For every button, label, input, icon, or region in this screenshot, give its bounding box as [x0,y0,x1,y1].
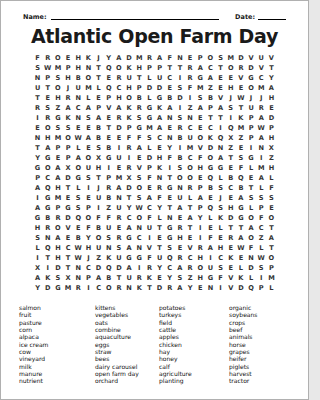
grid-cell[interactable]: R [144,263,154,273]
grid-cell[interactable]: T [236,103,246,113]
grid-cell[interactable]: G [144,103,154,113]
grid-cell[interactable]: L [144,143,154,153]
grid-cell[interactable]: F [266,183,276,193]
grid-cell[interactable]: S [114,243,124,253]
grid-cell[interactable]: M [144,123,154,133]
grid-cell[interactable]: L [256,183,266,193]
grid-cell[interactable]: O [43,163,53,173]
grid-cell[interactable]: H [226,83,236,93]
grid-cell[interactable]: H [195,273,205,283]
grid-cell[interactable]: F [236,163,246,173]
grid-cell[interactable]: I [216,123,226,133]
grid-cell[interactable]: I [33,193,43,203]
grid-cell[interactable]: P [266,123,276,133]
grid-cell[interactable]: S [216,203,226,213]
grid-cell[interactable]: L [144,93,154,103]
grid-cell[interactable]: R [175,123,185,133]
grid-cell[interactable]: F [165,153,175,163]
grid-cell[interactable]: A [175,263,185,273]
grid-cell[interactable]: E [94,93,104,103]
grid-cell[interactable]: E [226,73,236,83]
grid-cell[interactable]: B [94,223,104,233]
grid-cell[interactable]: N [83,63,93,73]
grid-cell[interactable]: T [134,73,144,83]
grid-cell[interactable]: J [63,83,73,93]
grid-cell[interactable]: C [94,283,104,293]
grid-cell[interactable]: C [73,103,83,113]
grid-cell[interactable]: C [216,253,226,263]
grid-cell[interactable]: R [114,73,124,83]
grid-cell[interactable]: E [226,243,236,253]
grid-cell[interactable]: C [185,253,195,263]
grid-cell[interactable]: E [216,83,226,93]
grid-cell[interactable]: K [134,283,144,293]
grid-cell[interactable]: N [73,273,83,283]
grid-cell[interactable]: P [246,133,256,143]
grid-cell[interactable]: S [33,63,43,73]
grid-cell[interactable]: A [246,223,256,233]
grid-cell[interactable]: L [205,213,215,223]
grid-cell[interactable]: D [246,263,256,273]
grid-cell[interactable]: G [195,73,205,83]
grid-cell[interactable]: H [43,133,53,143]
grid-cell[interactable]: L [236,263,246,273]
grid-cell[interactable]: F [124,133,134,143]
grid-cell[interactable]: D [155,283,165,293]
grid-cell[interactable]: R [165,283,175,293]
grid-cell[interactable]: G [63,203,73,213]
grid-cell[interactable]: A [33,203,43,213]
grid-cell[interactable]: N [205,283,215,293]
grid-cell[interactable]: A [155,113,165,123]
grid-cell[interactable]: Y [33,283,43,293]
grid-cell[interactable]: I [144,233,154,243]
grid-cell[interactable]: R [256,103,266,113]
grid-cell[interactable]: O [114,63,124,73]
grid-cell[interactable]: B [73,233,83,243]
grid-cell[interactable]: W [73,253,83,263]
grid-cell[interactable]: S [195,93,205,103]
grid-cell[interactable]: G [43,153,53,163]
grid-cell[interactable]: D [63,173,73,183]
grid-cell[interactable]: T [165,173,175,183]
grid-cell[interactable]: S [134,173,144,183]
grid-cell[interactable]: I [175,103,185,113]
grid-cell[interactable]: U [144,223,154,233]
grid-cell[interactable]: O [53,53,63,63]
grid-cell[interactable]: H [134,63,144,73]
grid-cell[interactable]: B [73,73,83,83]
grid-cell[interactable]: L [185,193,195,203]
grid-cell[interactable]: S [53,123,63,133]
grid-cell[interactable]: K [226,253,236,263]
grid-cell[interactable]: K [124,63,134,73]
grid-cell[interactable]: O [83,213,93,223]
grid-cell[interactable]: X [63,273,73,283]
grid-cell[interactable]: I [104,163,114,173]
grid-cell[interactable]: A [134,143,144,153]
grid-cell[interactable]: R [63,93,73,103]
grid-cell[interactable]: T [94,173,104,183]
grid-cell[interactable]: S [63,123,73,133]
grid-cell[interactable]: T [205,113,215,123]
grid-cell[interactable]: Y [195,213,205,223]
grid-cell[interactable]: I [195,223,205,233]
grid-cell[interactable]: F [33,53,43,63]
grid-cell[interactable]: N [165,113,175,123]
grid-cell[interactable]: Z [266,153,276,163]
grid-cell[interactable]: V [236,73,246,83]
grid-cell[interactable]: O [83,153,93,163]
grid-cell[interactable]: Q [165,253,175,263]
grid-cell[interactable]: U [94,243,104,253]
grid-cell[interactable]: H [73,63,83,73]
grid-cell[interactable]: M [134,53,144,63]
grid-cell[interactable]: I [124,153,134,163]
grid-cell[interactable]: A [195,103,205,113]
grid-cell[interactable]: G [124,233,134,243]
grid-cell[interactable]: T [175,63,185,73]
grid-cell[interactable]: S [236,153,246,163]
grid-cell[interactable]: L [216,173,226,183]
grid-cell[interactable]: O [175,173,185,183]
grid-cell[interactable]: E [236,143,246,153]
grid-cell[interactable]: R [104,183,114,193]
grid-cell[interactable]: L [246,203,256,213]
grid-cell[interactable]: T [185,223,195,233]
grid-cell[interactable]: S [216,53,226,63]
grid-cell[interactable]: Q [104,263,114,273]
grid-cell[interactable]: L [73,143,83,153]
grid-cell[interactable]: T [216,113,226,123]
grid-cell[interactable]: Z [226,143,236,153]
grid-cell[interactable]: G [155,93,165,103]
grid-cell[interactable]: R [144,53,154,63]
grid-cell[interactable]: C [124,213,134,223]
grid-cell[interactable]: U [256,53,266,63]
grid-cell[interactable]: N [124,283,134,293]
grid-cell[interactable]: A [236,233,246,243]
grid-cell[interactable]: E [63,53,73,63]
grid-cell[interactable]: U [114,253,124,263]
grid-cell[interactable]: F [144,253,154,263]
grid-cell[interactable]: K [43,273,53,283]
grid-cell[interactable]: P [83,273,93,283]
grid-cell[interactable]: O [185,163,195,173]
grid-cell[interactable]: D [266,113,276,123]
grid-cell[interactable]: S [226,103,236,113]
grid-cell[interactable]: P [144,163,154,173]
grid-cell[interactable]: G [246,153,256,163]
grid-cell[interactable]: E [205,193,215,203]
grid-cell[interactable]: P [256,203,266,213]
grid-cell[interactable]: S [53,273,63,283]
grid-cell[interactable]: I [114,143,124,153]
grid-cell[interactable]: I [216,283,226,293]
grid-cell[interactable]: T [266,223,276,233]
grid-cell[interactable]: O [226,63,236,73]
grid-cell[interactable]: N [165,213,175,223]
grid-cell[interactable]: B [94,123,104,133]
grid-cell[interactable]: X [266,143,276,153]
grid-cell[interactable]: P [205,103,215,113]
grid-cell[interactable]: N [73,113,83,123]
grid-cell[interactable]: B [205,93,215,103]
grid-cell[interactable]: L [266,173,276,183]
grid-cell[interactable]: Y [104,53,114,63]
grid-cell[interactable]: E [226,193,236,203]
grid-cell[interactable]: T [246,183,256,193]
grid-cell[interactable]: I [256,153,266,163]
grid-cell[interactable]: B [165,93,175,103]
grid-cell[interactable]: Z [53,103,63,113]
grid-cell[interactable]: O [104,283,114,293]
grid-cell[interactable]: U [246,103,256,113]
grid-cell[interactable]: A [155,53,165,63]
grid-cell[interactable]: F [144,173,154,183]
grid-cell[interactable]: W [236,93,246,103]
grid-cell[interactable]: P [124,123,134,133]
grid-cell[interactable]: D [124,53,134,63]
grid-cell[interactable]: E [175,243,185,253]
grid-cell[interactable]: Q [246,283,256,293]
grid-cell[interactable]: R [185,183,195,193]
grid-cell[interactable]: G [236,213,246,223]
grid-cell[interactable]: D [144,83,154,93]
grid-cell[interactable]: M [53,63,63,73]
grid-cell[interactable]: L [246,163,256,173]
grid-cell[interactable]: O [94,233,104,243]
grid-cell[interactable]: P [33,173,43,183]
grid-cell[interactable]: E [63,193,73,203]
grid-cell[interactable]: K [124,103,134,113]
grid-cell[interactable]: K [83,53,93,63]
grid-cell[interactable]: N [175,183,185,193]
grid-cell[interactable]: A [185,213,195,223]
grid-cell[interactable]: S [175,163,185,173]
grid-cell[interactable]: Z [205,83,215,93]
grid-cell[interactable]: E [83,193,93,203]
grid-cell[interactable]: S [134,193,144,203]
grid-cell[interactable]: U [155,253,165,263]
grid-cell[interactable]: O [195,263,205,273]
grid-cell[interactable]: N [165,133,175,143]
grid-cell[interactable]: C [63,243,73,253]
grid-cell[interactable]: F [205,233,215,243]
grid-cell[interactable]: K [216,213,226,223]
grid-cell[interactable]: A [195,193,205,203]
grid-cell[interactable]: P [134,83,144,93]
grid-cell[interactable]: H [83,243,93,253]
grid-cell[interactable]: W [43,63,53,73]
grid-cell[interactable]: C [165,263,175,273]
grid-cell[interactable]: N [104,243,114,253]
grid-cell[interactable]: Y [155,203,165,213]
grid-cell[interactable]: Q [43,183,53,193]
grid-cell[interactable]: I [256,273,266,283]
grid-cell[interactable]: B [134,93,144,103]
grid-cell[interactable]: P [266,263,276,273]
grid-cell[interactable]: N [256,143,266,153]
grid-cell[interactable]: R [175,253,185,263]
grid-cell[interactable]: A [114,183,124,193]
grid-cell[interactable]: Y [266,73,276,83]
grid-cell[interactable]: E [53,153,63,163]
grid-cell[interactable]: V [256,63,266,73]
grid-cell[interactable]: M [83,83,93,93]
grid-cell[interactable]: D [226,213,236,223]
grid-cell[interactable]: Q [104,63,114,73]
grid-cell[interactable]: U [124,73,134,83]
grid-cell[interactable]: C [256,73,266,83]
grid-cell[interactable]: I [165,163,175,173]
grid-cell[interactable]: T [226,153,236,163]
grid-cell[interactable]: G [165,183,175,193]
grid-cell[interactable]: U [185,133,195,143]
grid-cell[interactable]: L [266,283,276,293]
grid-cell[interactable]: I [175,143,185,153]
grid-cell[interactable]: M [185,143,195,153]
grid-cell[interactable]: B [104,193,114,203]
grid-cell[interactable]: E [73,123,83,133]
grid-cell[interactable]: T [124,193,134,203]
grid-cell[interactable]: N [114,193,124,203]
grid-cell[interactable]: G [216,163,226,173]
grid-cell[interactable]: Z [104,203,114,213]
grid-cell[interactable]: E [155,143,165,153]
grid-cell[interactable]: F [195,153,205,163]
grid-cell[interactable]: F [83,223,93,233]
grid-cell[interactable]: A [205,73,215,83]
grid-cell[interactable]: H [124,83,134,93]
grid-cell[interactable]: P [104,93,114,103]
grid-cell[interactable]: N [155,173,165,183]
grid-cell[interactable]: P [104,173,114,183]
grid-cell[interactable]: A [53,163,63,173]
grid-cell[interactable]: V [266,53,276,63]
grid-cell[interactable]: F [246,243,256,253]
grid-cell[interactable]: B [43,213,53,223]
grid-cell[interactable]: S [53,73,63,83]
grid-cell[interactable]: D [246,63,256,73]
grid-cell[interactable]: E [185,233,195,243]
grid-cell[interactable]: E [266,203,276,213]
grid-cell[interactable]: D [114,123,124,133]
grid-cell[interactable]: E [83,143,93,153]
grid-cell[interactable]: E [195,173,205,183]
grid-cell[interactable]: U [205,263,215,273]
grid-cell[interactable]: W [73,133,83,143]
grid-cell[interactable]: J [83,253,93,263]
grid-cell[interactable]: I [94,203,104,213]
grid-cell[interactable]: H [73,53,83,63]
grid-cell[interactable]: F [134,133,144,143]
grid-cell[interactable]: S [83,173,93,183]
grid-cell[interactable]: H [226,203,236,213]
grid-cell[interactable]: H [155,153,165,163]
grid-cell[interactable]: V [216,93,226,103]
grid-cell[interactable]: G [33,213,43,223]
grid-cell[interactable]: G [205,273,215,283]
grid-cell[interactable]: P [63,153,73,163]
grid-cell[interactable]: A [53,233,63,243]
grid-cell[interactable]: F [155,193,165,203]
grid-cell[interactable]: W [256,253,266,263]
grid-cell[interactable]: Q [205,173,215,183]
grid-cell[interactable]: C [205,63,215,73]
grid-cell[interactable]: E [246,173,256,183]
grid-cell[interactable]: X [124,173,134,183]
grid-cell[interactable]: J [246,93,256,103]
grid-cell[interactable]: M [53,133,63,143]
grid-cell[interactable]: S [33,233,43,243]
grid-cell[interactable]: P [53,203,63,213]
grid-cell[interactable]: N [73,263,83,273]
grid-cell[interactable]: R [175,223,185,233]
grid-cell[interactable]: A [165,103,175,113]
grid-cell[interactable]: E [195,123,205,133]
grid-cell[interactable]: T [266,243,276,253]
grid-cell[interactable]: V [226,273,236,283]
grid-cell[interactable]: G [43,203,53,213]
grid-cell[interactable]: Y [155,263,165,273]
grid-cell[interactable]: G [73,173,83,183]
grid-cell[interactable]: N [175,53,185,63]
grid-cell[interactable]: K [155,163,165,173]
grid-cell[interactable]: A [114,53,124,63]
grid-cell[interactable]: A [266,233,276,243]
grid-cell[interactable]: T [165,203,175,213]
grid-cell[interactable]: Y [124,203,134,213]
grid-cell[interactable]: H [94,163,104,173]
grid-cell[interactable]: Q [236,173,246,183]
grid-cell[interactable]: J [94,183,104,193]
grid-cell[interactable]: R [236,63,246,73]
grid-cell[interactable]: M [256,83,266,93]
grid-cell[interactable]: O [53,223,63,233]
grid-cell[interactable]: R [185,263,195,273]
grid-cell[interactable]: S [175,113,185,123]
grid-cell[interactable]: B [104,273,114,283]
grid-cell[interactable]: T [216,63,226,73]
grid-cell[interactable]: T [155,223,165,233]
grid-cell[interactable]: T [63,263,73,273]
grid-cell[interactable]: R [33,103,43,113]
grid-cell[interactable]: P [144,63,154,73]
grid-cell[interactable]: H [53,243,63,253]
grid-cell[interactable]: R [124,143,134,153]
grid-cell[interactable]: E [73,223,83,233]
grid-cell[interactable]: A [205,243,215,253]
grid-cell[interactable]: S [175,83,185,93]
grid-cell[interactable]: R [114,283,124,293]
grid-cell[interactable]: I [33,113,43,123]
grid-cell[interactable]: A [144,193,154,203]
grid-cell[interactable]: A [94,273,104,283]
grid-cell[interactable]: E [185,53,195,63]
grid-cell[interactable]: U [83,163,93,173]
grid-cell[interactable]: N [73,93,83,103]
grid-cell[interactable]: T [33,143,43,153]
grid-cell[interactable]: G [165,233,175,243]
grid-cell[interactable]: R [114,113,124,123]
grid-cell[interactable]: S [216,263,226,273]
grid-cell[interactable]: R [155,183,165,193]
grid-cell[interactable]: S [256,263,266,273]
grid-cell[interactable]: K [124,113,134,123]
grid-cell[interactable]: T [63,183,73,193]
grid-cell[interactable]: Q [205,203,215,213]
